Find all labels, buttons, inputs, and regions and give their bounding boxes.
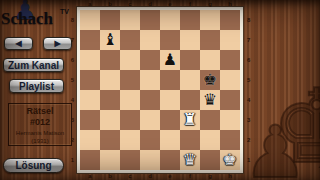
coord-label: d (140, 0, 160, 8)
square-e7 (160, 30, 180, 50)
coord-label: 6 (66, 50, 74, 70)
square-f7 (180, 30, 200, 50)
white-queen: ♛ (180, 150, 200, 170)
coord-label: g (200, 172, 220, 180)
bishop-silhouette-icon: ♝ (302, 94, 320, 180)
black-bishop: ♝ (100, 30, 120, 50)
file-labels-top: abcdefgh (80, 0, 240, 8)
square-h8 (220, 10, 240, 30)
square-e3 (160, 110, 180, 130)
square-g2 (200, 130, 220, 150)
square-f8 (180, 10, 200, 30)
coord-label: c (120, 0, 140, 8)
square-e1 (160, 150, 180, 170)
square-d8 (140, 10, 160, 30)
square-b3 (100, 110, 120, 130)
right-arrow-icon: ▶ (54, 39, 60, 48)
coord-label: 5 (247, 70, 255, 90)
coord-label: 2 (247, 130, 255, 150)
coord-label: 7 (247, 30, 255, 50)
rank-labels-left: 87654321 (66, 10, 74, 170)
puzzle-author: Hermanis Matison (9, 129, 71, 137)
chess-board: ♝♟♚♛♜♛♚ (80, 10, 240, 170)
square-c8 (120, 10, 140, 30)
app-logo-text: Schach (1, 9, 53, 29)
playlist-button[interactable]: Playlist (9, 79, 64, 93)
coord-label: 3 (66, 110, 74, 130)
solution-button[interactable]: Lösung (3, 158, 64, 173)
coord-label: f (180, 0, 200, 8)
square-c2 (120, 130, 140, 150)
square-f6 (180, 50, 200, 70)
coord-label: 4 (66, 90, 74, 110)
square-e2 (160, 130, 180, 150)
coord-label: b (100, 172, 120, 180)
square-b1 (100, 150, 120, 170)
square-h2 (220, 130, 240, 150)
square-g7 (200, 30, 220, 50)
square-f4 (180, 90, 200, 110)
square-c5 (120, 70, 140, 90)
square-c7 (120, 30, 140, 50)
coord-label: 3 (247, 110, 255, 130)
coord-label: 7 (66, 30, 74, 50)
square-c3 (120, 110, 140, 130)
square-c6 (120, 50, 140, 70)
square-b2 (100, 130, 120, 150)
coord-label: 5 (66, 70, 74, 90)
square-e8 (160, 10, 180, 30)
coord-label: h (220, 0, 240, 8)
coord-label: a (80, 172, 100, 180)
left-arrow-icon: ◀ (15, 39, 21, 48)
coord-label: g (200, 0, 220, 8)
square-h7 (220, 30, 240, 50)
square-f1: ♛ (180, 150, 200, 170)
coord-label: f (180, 172, 200, 180)
square-a2 (80, 130, 100, 150)
coord-label: 8 (247, 10, 255, 30)
square-h1: ♚ (220, 150, 240, 170)
puzzle-number: #012 (9, 117, 71, 128)
square-g1 (200, 150, 220, 170)
square-g8 (200, 10, 220, 30)
square-g6 (200, 50, 220, 70)
square-d5 (140, 70, 160, 90)
puzzle-info-panel: Rätsel #012 Hermanis Matison (1931) (8, 103, 72, 146)
coord-label: h (220, 172, 240, 180)
square-h5 (220, 70, 240, 90)
coord-label: 4 (247, 90, 255, 110)
coord-label: e (160, 172, 180, 180)
puzzle-year: (1931) (9, 137, 71, 145)
square-g4: ♛ (200, 90, 220, 110)
square-e4 (160, 90, 180, 110)
black-king: ♚ (200, 70, 220, 90)
file-labels-bottom: abcdefgh (80, 172, 240, 180)
zum-kanal-button[interactable]: Zum Kanal (3, 58, 64, 72)
white-rook: ♜ (180, 110, 200, 130)
square-b4 (100, 90, 120, 110)
coord-label: 2 (66, 130, 74, 150)
white-king: ♚ (220, 150, 240, 170)
black-pawn: ♟ (160, 50, 180, 70)
coord-label: 1 (66, 150, 74, 170)
square-e5 (160, 70, 180, 90)
square-f2 (180, 130, 200, 150)
coord-label: 6 (247, 50, 255, 70)
square-d7 (140, 30, 160, 50)
square-g5: ♚ (200, 70, 220, 90)
square-a6 (80, 50, 100, 70)
coord-label: 8 (66, 10, 74, 30)
square-f3: ♜ (180, 110, 200, 130)
rank-labels-right: 87654321 (247, 10, 255, 170)
video-frame: ♟ ♚ ♝ ♟ Schach TV ◀ ▶ Zum Kanal Playlist… (0, 0, 320, 180)
square-d6 (140, 50, 160, 70)
coord-label: a (80, 0, 100, 8)
coord-label: c (120, 172, 140, 180)
square-a5 (80, 70, 100, 90)
square-b7: ♝ (100, 30, 120, 50)
coord-label: e (160, 0, 180, 8)
square-c1 (120, 150, 140, 170)
coord-label: 1 (247, 150, 255, 170)
square-h3 (220, 110, 240, 130)
square-d2 (140, 130, 160, 150)
square-b6 (100, 50, 120, 70)
coord-label: b (100, 0, 120, 8)
square-a4 (80, 90, 100, 110)
coord-label: d (140, 172, 160, 180)
square-g3 (200, 110, 220, 130)
square-d1 (140, 150, 160, 170)
square-a3 (80, 110, 100, 130)
square-f5 (180, 70, 200, 90)
square-h6 (220, 50, 240, 70)
black-queen: ♛ (200, 90, 220, 110)
square-a7 (80, 30, 100, 50)
square-d3 (140, 110, 160, 130)
square-c4 (120, 90, 140, 110)
square-d4 (140, 90, 160, 110)
square-e6: ♟ (160, 50, 180, 70)
square-a1 (80, 150, 100, 170)
previous-button[interactable]: ◀ (4, 37, 33, 50)
square-b5 (100, 70, 120, 90)
square-h4 (220, 90, 240, 110)
square-a8 (80, 10, 100, 30)
square-b8 (100, 10, 120, 30)
puzzle-title: Rätsel (9, 106, 71, 117)
